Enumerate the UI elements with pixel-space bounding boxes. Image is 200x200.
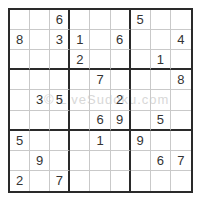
cell-r4c8[interactable] <box>151 70 171 90</box>
cell-r9c1: 2 <box>10 171 30 191</box>
cell-r1c3: 6 <box>50 10 70 30</box>
cell-r7c6[interactable] <box>111 131 131 151</box>
cell-r6c5: 6 <box>90 111 110 131</box>
cell-r1c2[interactable] <box>30 10 50 30</box>
cell-r4c3[interactable] <box>50 70 70 90</box>
cell-r8c6[interactable] <box>111 151 131 171</box>
cell-r4c4[interactable] <box>70 70 90 90</box>
cell-r3c7[interactable] <box>131 50 151 70</box>
cell-r7c3[interactable] <box>50 131 70 151</box>
cell-r4c2[interactable] <box>30 70 50 90</box>
cell-r7c2[interactable] <box>30 131 50 151</box>
cell-r4c9: 8 <box>171 70 191 90</box>
cell-r6c3[interactable] <box>50 111 70 131</box>
cell-r6c1[interactable] <box>10 111 30 131</box>
cell-r7c8[interactable] <box>151 131 171 151</box>
cell-r4c7[interactable] <box>131 70 151 90</box>
cell-r9c9[interactable] <box>171 171 191 191</box>
cell-r6c9[interactable] <box>171 111 191 131</box>
cell-r6c2[interactable] <box>30 111 50 131</box>
cell-r8c4[interactable] <box>70 151 90 171</box>
cell-r2c1: 8 <box>10 30 30 50</box>
cell-r2c7[interactable] <box>131 30 151 50</box>
cell-r9c4[interactable] <box>70 171 90 191</box>
cell-r5c5[interactable] <box>90 90 110 110</box>
cell-r8c7[interactable] <box>131 151 151 171</box>
cell-r3c1[interactable] <box>10 50 30 70</box>
cell-r1c9[interactable] <box>171 10 191 30</box>
cell-r2c4: 1 <box>70 30 90 50</box>
cell-r3c9[interactable] <box>171 50 191 70</box>
cell-r8c9: 7 <box>171 151 191 171</box>
cell-r8c5[interactable] <box>90 151 110 171</box>
cell-r5c6: 2 <box>111 90 131 110</box>
cell-r1c7: 5 <box>131 10 151 30</box>
cell-r6c8: 5 <box>151 111 171 131</box>
cell-r2c8[interactable] <box>151 30 171 50</box>
cell-r5c3: 5 <box>50 90 70 110</box>
cell-r3c8: 1 <box>151 50 171 70</box>
cell-r1c8[interactable] <box>151 10 171 30</box>
cell-r5c7[interactable] <box>131 90 151 110</box>
sudoku-board: 6583164217835269551996727 <box>8 8 193 193</box>
cell-r5c9[interactable] <box>171 90 191 110</box>
cell-r8c2: 9 <box>30 151 50 171</box>
cell-r9c6[interactable] <box>111 171 131 191</box>
cell-r3c5[interactable] <box>90 50 110 70</box>
cell-r4c6[interactable] <box>111 70 131 90</box>
cell-r5c8[interactable] <box>151 90 171 110</box>
cell-r2c2[interactable] <box>30 30 50 50</box>
cell-r5c4[interactable] <box>70 90 90 110</box>
cell-r6c4[interactable] <box>70 111 90 131</box>
cell-r1c4[interactable] <box>70 10 90 30</box>
cell-r8c1[interactable] <box>10 151 30 171</box>
cell-r6c7[interactable] <box>131 111 151 131</box>
cell-r3c3[interactable] <box>50 50 70 70</box>
cell-r7c7: 9 <box>131 131 151 151</box>
cell-r4c5: 7 <box>90 70 110 90</box>
cell-r1c1[interactable] <box>10 10 30 30</box>
cell-r2c6: 6 <box>111 30 131 50</box>
cell-r9c2[interactable] <box>30 171 50 191</box>
cell-r5c2: 3 <box>30 90 50 110</box>
cell-r2c3: 3 <box>50 30 70 50</box>
cell-r2c9: 4 <box>171 30 191 50</box>
cell-r8c8: 6 <box>151 151 171 171</box>
cell-r4c1[interactable] <box>10 70 30 90</box>
cell-r7c5: 1 <box>90 131 110 151</box>
cell-r1c6[interactable] <box>111 10 131 30</box>
cell-r2c5[interactable] <box>90 30 110 50</box>
cell-r3c4: 2 <box>70 50 90 70</box>
cell-r3c2[interactable] <box>30 50 50 70</box>
cell-r9c3: 7 <box>50 171 70 191</box>
cell-r9c7[interactable] <box>131 171 151 191</box>
cell-r3c6[interactable] <box>111 50 131 70</box>
cell-r5c1[interactable] <box>10 90 30 110</box>
cell-r1c5[interactable] <box>90 10 110 30</box>
cell-r7c4[interactable] <box>70 131 90 151</box>
sudoku-page: 6583164217835269551996727 © LiveSudoku.c… <box>0 0 200 200</box>
cell-r9c5[interactable] <box>90 171 110 191</box>
cell-r6c6: 9 <box>111 111 131 131</box>
cell-r7c9[interactable] <box>171 131 191 151</box>
cell-r8c3[interactable] <box>50 151 70 171</box>
cell-r7c1: 5 <box>10 131 30 151</box>
cell-r9c8[interactable] <box>151 171 171 191</box>
